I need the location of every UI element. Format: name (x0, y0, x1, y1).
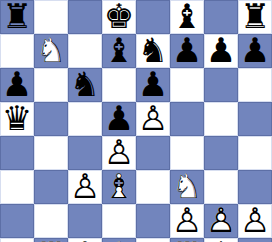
piece-white-king[interactable]: ♚♔ (204, 238, 238, 242)
piece-white-bishop[interactable]: ♝♗ (68, 238, 102, 242)
square-g7[interactable]: ♟ (204, 34, 238, 68)
piece-white-knight[interactable]: ♞♘ (34, 34, 68, 68)
square-a8[interactable]: ♜ (0, 0, 34, 34)
square-b1[interactable]: ♜♖ (34, 238, 68, 242)
square-b4[interactable] (34, 136, 68, 170)
square-h6[interactable] (238, 68, 272, 102)
square-a1[interactable] (0, 238, 34, 242)
square-a5[interactable]: ♛ (0, 102, 34, 136)
piece-black-pawn[interactable]: ♟ (238, 34, 272, 68)
square-e2[interactable] (136, 204, 170, 238)
chess-board: ♜♚♝♜♞♘♝♞♟♟♟♟♞♟♛♟♟♙♟♙♟♙♝♗♞♘♟♙♟♙♟♙♜♖♝♗♛♕♜♖… (0, 0, 242, 242)
square-g6[interactable] (204, 68, 238, 102)
square-b6[interactable] (34, 68, 68, 102)
square-b5[interactable] (34, 102, 68, 136)
square-c8[interactable] (68, 0, 102, 34)
square-e3[interactable] (136, 170, 170, 204)
square-c5[interactable] (68, 102, 102, 136)
square-d7[interactable]: ♝ (102, 34, 136, 68)
square-g4[interactable] (204, 136, 238, 170)
square-f5[interactable] (170, 102, 204, 136)
piece-black-pawn[interactable]: ♟ (170, 34, 204, 68)
square-a2[interactable] (0, 204, 34, 238)
square-e1[interactable] (136, 238, 170, 242)
square-d3[interactable]: ♝♗ (102, 170, 136, 204)
square-g5[interactable] (204, 102, 238, 136)
square-a3[interactable] (0, 170, 34, 204)
piece-black-rook[interactable]: ♜ (0, 0, 34, 34)
piece-black-knight[interactable]: ♞ (68, 68, 102, 102)
square-e4[interactable] (136, 136, 170, 170)
square-g1[interactable]: ♚♔ (204, 238, 238, 242)
piece-black-pawn[interactable]: ♟ (204, 34, 238, 68)
square-h2[interactable]: ♟♙ (238, 204, 272, 238)
piece-white-rook[interactable]: ♜♖ (170, 238, 204, 242)
square-c3[interactable]: ♟♙ (68, 170, 102, 204)
piece-white-pawn[interactable]: ♟♙ (136, 102, 170, 136)
piece-white-pawn[interactable]: ♟♙ (238, 204, 272, 238)
piece-white-pawn[interactable]: ♟♙ (68, 170, 102, 204)
piece-black-queen[interactable]: ♛ (0, 102, 34, 136)
square-f7[interactable]: ♟ (170, 34, 204, 68)
square-d1[interactable]: ♛♕ (102, 238, 136, 242)
piece-white-rook[interactable]: ♜♖ (34, 238, 68, 242)
square-f1[interactable]: ♜♖ (170, 238, 204, 242)
square-b3[interactable] (34, 170, 68, 204)
square-h4[interactable] (238, 136, 272, 170)
square-c1[interactable]: ♝♗ (68, 238, 102, 242)
piece-black-bishop[interactable]: ♝ (102, 34, 136, 68)
square-c6[interactable]: ♞ (68, 68, 102, 102)
square-h5[interactable] (238, 102, 272, 136)
square-b7[interactable]: ♞♘ (34, 34, 68, 68)
square-a4[interactable] (0, 136, 34, 170)
piece-white-queen[interactable]: ♛♕ (102, 238, 136, 242)
square-e5[interactable]: ♟♙ (136, 102, 170, 136)
piece-white-bishop[interactable]: ♝♗ (102, 170, 136, 204)
square-f6[interactable] (170, 68, 204, 102)
square-h7[interactable]: ♟ (238, 34, 272, 68)
